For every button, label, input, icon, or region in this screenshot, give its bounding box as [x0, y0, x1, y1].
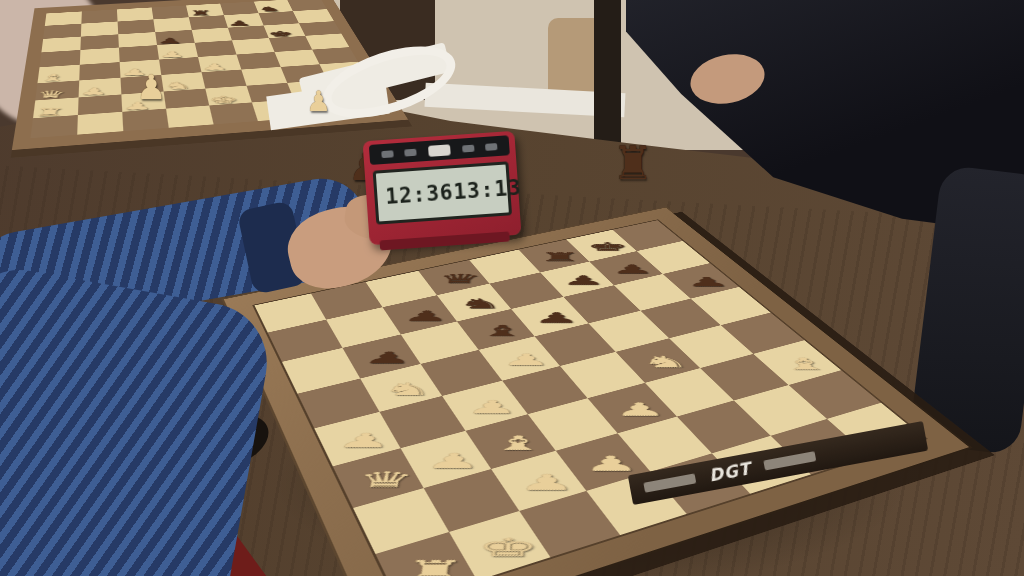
- clock-display: 12:36 13:13: [373, 161, 512, 224]
- piece-white-queen[interactable]: ♛: [355, 468, 416, 490]
- bg-square: [166, 106, 214, 128]
- piece-black-pawn[interactable]: ♟: [362, 349, 415, 365]
- square-a4[interactable]: ♟: [314, 412, 400, 466]
- piece-white-pawn[interactable]: ♟: [501, 351, 551, 367]
- bg-square: [30, 115, 77, 138]
- piece-white-pawn[interactable]: ♟: [613, 400, 667, 418]
- bg-square: [119, 45, 159, 62]
- bg-piece-black-king: ♚: [267, 30, 294, 38]
- clock-button-bar: [369, 135, 510, 165]
- piece-white-knight[interactable]: ♞: [640, 353, 691, 369]
- piece-white-pawn[interactable]: ♟: [465, 398, 519, 416]
- bg-square: ♛: [35, 80, 79, 100]
- bg-square: ♝: [37, 65, 79, 83]
- square-c4[interactable]: ♟: [442, 381, 528, 431]
- square-c1[interactable]: [519, 491, 620, 557]
- bg-square: [122, 109, 168, 131]
- square-c3[interactable]: ♝: [466, 414, 556, 469]
- clock-button-3[interactable]: [462, 144, 474, 152]
- square-h2[interactable]: [789, 370, 881, 419]
- bg-square: [241, 67, 287, 86]
- clock-rocker-lever[interactable]: [428, 144, 451, 157]
- piece-black-rook[interactable]: ♜: [539, 251, 582, 263]
- piece-white-rook[interactable]: ♜: [401, 557, 467, 576]
- bg-square: ♟: [157, 43, 198, 60]
- white-time: 12:36: [385, 180, 455, 209]
- captured-black-rook-on-rim[interactable]: ♜: [612, 140, 653, 186]
- square-c2[interactable]: ♟: [491, 451, 586, 511]
- bg-piece-white-pawn: ♟: [201, 62, 229, 71]
- bg-square: ♟: [198, 54, 241, 72]
- square-g2[interactable]: [734, 385, 827, 436]
- square-a3[interactable]: ♛: [333, 448, 424, 508]
- square-b2[interactable]: [424, 469, 520, 532]
- bg-piece-white-king: ♚: [209, 95, 239, 105]
- square-b5[interactable]: ♞: [360, 364, 442, 412]
- piece-black-pawn[interactable]: ♟: [561, 274, 605, 287]
- square-e3[interactable]: ♟: [588, 383, 677, 433]
- bg-piece-black-pawn: ♟: [157, 37, 183, 45]
- black-time: 13:13: [453, 175, 523, 204]
- captured-white-pawn-near-clock[interactable]: ♟: [306, 88, 331, 116]
- bg-square: [164, 88, 210, 109]
- bg-square: [236, 52, 280, 69]
- bg-square: [78, 94, 122, 115]
- piece-white-bishop[interactable]: ♝: [778, 355, 833, 371]
- piece-white-pawn[interactable]: ♟: [518, 471, 576, 493]
- piece-white-king[interactable]: ♚: [476, 534, 539, 559]
- spec-label: [764, 451, 817, 470]
- piece-black-pawn[interactable]: ♟: [533, 310, 580, 324]
- piece-black-queen[interactable]: ♛: [437, 272, 483, 285]
- piece-black-bishop[interactable]: ♝: [478, 323, 526, 338]
- bg-piece-white-knight: ♞: [163, 81, 192, 91]
- bg-square: ♜: [33, 97, 79, 118]
- bg-square: [40, 50, 81, 67]
- square-f2[interactable]: [677, 400, 771, 453]
- bg-piece-white-pawn: ♟: [78, 86, 109, 96]
- bg-square: [77, 112, 123, 135]
- piece-white-pawn[interactable]: ♟: [335, 430, 394, 450]
- square-a2[interactable]: [353, 488, 449, 554]
- piece-black-pawn[interactable]: ♟: [401, 309, 450, 323]
- piece-white-pawn[interactable]: ♟: [424, 450, 482, 471]
- piece-white-pawn[interactable]: ♟: [583, 453, 640, 474]
- clock-button-4[interactable]: [485, 143, 497, 151]
- bg-piece-white-queen: ♛: [35, 89, 67, 99]
- piece-black-pawn[interactable]: ♟: [684, 275, 731, 288]
- bg-square: ♚: [205, 85, 252, 105]
- piece-black-pawn[interactable]: ♟: [610, 263, 654, 275]
- bg-square: ♟: [79, 78, 122, 98]
- bg-square: [312, 47, 358, 64]
- bg-piece-black-pawn: ♟: [227, 20, 253, 27]
- bg-piece-white-pawn: ♟: [159, 50, 186, 58]
- bg-square: [201, 69, 246, 88]
- clock-button-2[interactable]: [405, 148, 417, 156]
- bg-square: ♞: [161, 72, 205, 91]
- square-a5[interactable]: [297, 379, 379, 429]
- square-d4[interactable]: [502, 366, 587, 414]
- square-a1[interactable]: ♜: [375, 532, 477, 576]
- dgt-clock: 12:36 13:13: [363, 131, 522, 245]
- clock-button-1[interactable]: [381, 150, 393, 158]
- dgt-logo: DGT: [707, 458, 752, 485]
- piece-black-king[interactable]: ♚: [587, 241, 629, 253]
- captured-white-pawn-on-table[interactable]: ♟: [136, 70, 166, 104]
- piece-white-bishop[interactable]: ♝: [490, 433, 546, 453]
- serial-label: [643, 473, 696, 492]
- piece-black-knight[interactable]: ♞: [457, 297, 504, 311]
- piece-white-knight[interactable]: ♞: [381, 380, 435, 397]
- bg-square: [209, 103, 258, 125]
- square-f3[interactable]: [645, 368, 734, 416]
- bg-piece-white-rook: ♜: [33, 107, 67, 118]
- square-b4[interactable]: [380, 396, 466, 448]
- square-b1[interactable]: ♚: [449, 511, 550, 576]
- bg-piece-white-bishop: ♝: [37, 73, 68, 82]
- square-b3[interactable]: ♟: [401, 431, 492, 488]
- tournament-scene: ♜♞♟♟♚♟♝♟♟♛♟♞♜♟♚ ♛♜♚♟♞♟♟♟♝♟♟♞♟♟♟♞♛♟♝♟♝♟♟♜…: [0, 0, 1024, 576]
- bg-square: [80, 48, 120, 65]
- square-d3[interactable]: [528, 398, 618, 451]
- bg-square: [79, 62, 120, 80]
